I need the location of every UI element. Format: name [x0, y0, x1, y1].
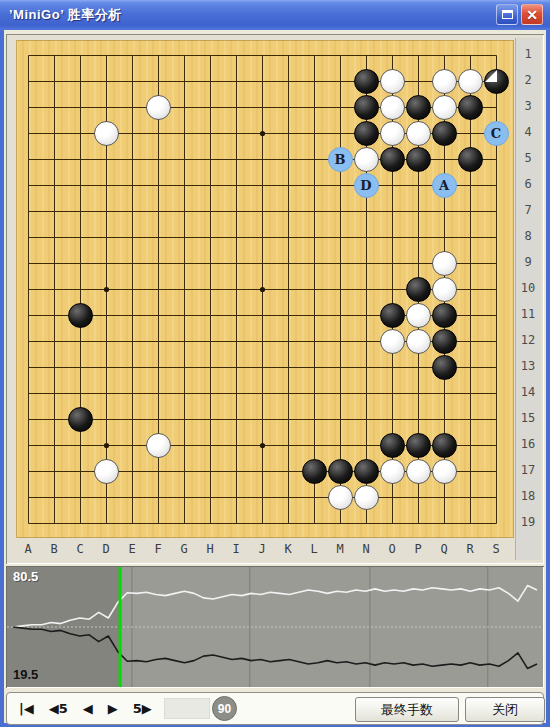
stone-white — [94, 121, 119, 146]
column-label-G: G — [174, 542, 194, 556]
row-label-14: 14 — [515, 385, 541, 399]
stone-white — [432, 69, 457, 94]
stone-black — [432, 433, 457, 458]
stone-black — [328, 459, 353, 484]
stone-black — [68, 303, 93, 328]
stone-white — [406, 303, 431, 328]
window-content: ABCD 12345678910111213141516171819 ABCDE… — [4, 30, 546, 723]
playback-control-bar: |◀◀5◀▶5▶▶| 90 最终手数 关闭 — [6, 692, 544, 725]
stone-white — [380, 459, 405, 484]
stone-black — [432, 355, 457, 380]
nav-buttons: |◀◀5◀▶5▶▶| — [19, 693, 182, 724]
stone-white — [354, 485, 379, 510]
row-label-7: 7 — [515, 203, 541, 217]
row-label-18: 18 — [515, 489, 541, 503]
stone-white — [406, 459, 431, 484]
column-label-A: A — [18, 542, 38, 556]
annotation-label-A: A — [432, 173, 457, 198]
close-dialog-button[interactable]: 关闭 — [465, 697, 545, 722]
restore-button[interactable] — [496, 4, 518, 25]
row-label-6: 6 — [515, 177, 541, 191]
board-panel: ABCD 12345678910111213141516171819 ABCDE… — [6, 34, 544, 564]
column-label-L: L — [304, 542, 324, 556]
row-label-4: 4 — [515, 125, 541, 139]
stone-black — [68, 407, 93, 432]
winrate-top-value: 80.5 — [13, 569, 38, 584]
stone-white — [354, 147, 379, 172]
nav-forward-button[interactable]: ▶ — [108, 701, 118, 716]
stone-black — [380, 303, 405, 328]
titlebar[interactable]: ’MiniGo’ 胜率分析 ✕ — [0, 0, 550, 30]
row-label-10: 10 — [515, 281, 541, 295]
stone-black — [302, 459, 327, 484]
row-label-5: 5 — [515, 151, 541, 165]
close-icon: ✕ — [526, 8, 538, 22]
column-label-F: F — [148, 542, 168, 556]
column-label-H: H — [200, 542, 220, 556]
move-number-input[interactable] — [164, 698, 210, 719]
column-label-N: N — [356, 542, 376, 556]
annotation-label-B: B — [328, 147, 353, 172]
row-label-13: 13 — [515, 359, 541, 373]
stone-white — [458, 69, 483, 94]
stone-black — [458, 147, 483, 172]
stone-white — [380, 329, 405, 354]
nav-first-button[interactable]: |◀ — [19, 701, 34, 716]
restore-icon — [502, 10, 513, 19]
winrate-graph-panel[interactable]: 80.5 19.5 — [6, 566, 544, 688]
column-label-B: B — [44, 542, 64, 556]
stone-black — [354, 95, 379, 120]
nav-back-5-button[interactable]: ◀5 — [49, 701, 68, 716]
stone-white — [406, 329, 431, 354]
row-label-8: 8 — [515, 229, 541, 243]
winrate-graph[interactable] — [7, 567, 543, 687]
column-label-M: M — [330, 542, 350, 556]
stone-white — [146, 433, 171, 458]
stone-black — [458, 95, 483, 120]
stone-white — [94, 459, 119, 484]
column-label-Q: Q — [434, 542, 454, 556]
close-button[interactable]: ✕ — [521, 4, 543, 25]
stone-black — [432, 121, 457, 146]
row-label-9: 9 — [515, 255, 541, 269]
annotation-label-D: D — [354, 173, 379, 198]
stone-black — [380, 147, 405, 172]
row-label-11: 11 — [515, 307, 541, 321]
stone-black — [406, 95, 431, 120]
column-label-J: J — [252, 542, 272, 556]
stone-white — [146, 95, 171, 120]
column-label-S: S — [486, 542, 506, 556]
row-label-12: 12 — [515, 333, 541, 347]
window-title: ’MiniGo’ 胜率分析 — [0, 6, 122, 24]
column-label-C: C — [70, 542, 90, 556]
column-label-K: K — [278, 542, 298, 556]
stone-black — [406, 433, 431, 458]
minigo-analysis-window: ’MiniGo’ 胜率分析 ✕ ABCD 1234567891011121314… — [0, 0, 550, 727]
column-label-I: I — [226, 542, 246, 556]
last-move-marker — [485, 70, 497, 82]
move-number-badge: 90 — [212, 696, 237, 721]
stone-black — [432, 303, 457, 328]
stone-black — [484, 69, 509, 94]
final-moves-button[interactable]: 最终手数 — [355, 697, 459, 722]
stone-white — [380, 69, 405, 94]
column-label-R: R — [460, 542, 480, 556]
column-label-P: P — [408, 542, 428, 556]
row-label-16: 16 — [515, 437, 541, 451]
nav-forward-5-button[interactable]: 5▶ — [133, 701, 152, 716]
stone-black — [432, 329, 457, 354]
stone-white — [432, 95, 457, 120]
column-label-O: O — [382, 542, 402, 556]
row-number-strip — [515, 38, 541, 560]
column-label-D: D — [96, 542, 116, 556]
nav-back-button[interactable]: ◀ — [83, 701, 93, 716]
column-label-E: E — [122, 542, 142, 556]
stone-white — [432, 251, 457, 276]
winrate-bottom-value: 19.5 — [13, 667, 38, 682]
stone-black — [380, 433, 405, 458]
row-label-15: 15 — [515, 411, 541, 425]
row-label-2: 2 — [515, 73, 541, 87]
stone-black — [354, 69, 379, 94]
stone-white — [328, 485, 353, 510]
stone-black — [406, 147, 431, 172]
stone-white — [380, 121, 405, 146]
stone-white — [406, 121, 431, 146]
row-label-19: 19 — [515, 515, 541, 529]
row-label-17: 17 — [515, 463, 541, 477]
stone-black — [406, 277, 431, 302]
go-board[interactable]: ABCD — [16, 40, 514, 538]
stone-white — [432, 277, 457, 302]
stone-white — [432, 459, 457, 484]
stone-black — [354, 459, 379, 484]
row-label-3: 3 — [515, 99, 541, 113]
row-label-1: 1 — [515, 47, 541, 61]
annotation-label-C: C — [484, 121, 509, 146]
stone-black — [354, 121, 379, 146]
stone-white — [380, 95, 405, 120]
